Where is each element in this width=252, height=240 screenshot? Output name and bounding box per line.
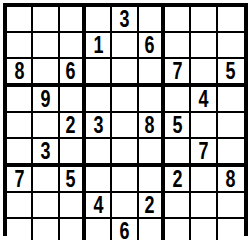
cell-r7c1[interactable]: 7 <box>7 167 33 193</box>
cell-r4c5[interactable] <box>112 87 138 113</box>
cell-r3c1[interactable]: 8 <box>7 59 33 87</box>
cell-r1c7[interactable] <box>165 7 191 33</box>
cell-r1c2[interactable] <box>33 7 59 33</box>
cell-r7c4[interactable] <box>86 167 112 193</box>
cell-r1c3[interactable] <box>60 7 86 33</box>
given-digit: 8 <box>226 167 236 191</box>
cell-r3c5[interactable] <box>112 59 138 87</box>
cell-r6c3[interactable] <box>60 139 86 167</box>
cell-r7c6[interactable] <box>139 167 165 193</box>
given-digit: 7 <box>14 167 24 191</box>
cell-r5c7[interactable]: 5 <box>165 113 191 139</box>
cell-r4c8[interactable]: 4 <box>191 87 217 113</box>
cell-r3c4[interactable] <box>86 59 112 87</box>
cell-r3c8[interactable] <box>191 59 217 87</box>
cell-r3c6[interactable] <box>139 59 165 87</box>
cell-r1c4[interactable] <box>86 7 112 33</box>
cell-r2c5[interactable] <box>112 33 138 59</box>
cell-r9c9[interactable] <box>218 219 244 240</box>
given-digit: 6 <box>120 219 130 240</box>
cell-r3c9[interactable]: 5 <box>218 59 244 87</box>
given-digit: 9 <box>41 87 51 111</box>
cell-r1c6[interactable] <box>139 7 165 33</box>
cell-r8c4[interactable]: 4 <box>86 193 112 219</box>
given-digit: 3 <box>41 139 51 163</box>
cell-r1c8[interactable] <box>191 7 217 33</box>
cell-r1c1[interactable] <box>7 7 33 33</box>
cell-r6c5[interactable] <box>112 139 138 167</box>
cell-r2c3[interactable] <box>60 33 86 59</box>
cell-r8c9[interactable] <box>218 193 244 219</box>
cell-r9c8[interactable] <box>191 219 217 240</box>
cell-r7c5[interactable] <box>112 167 138 193</box>
given-digit: 8 <box>145 113 155 137</box>
cell-r4c2[interactable]: 9 <box>33 87 59 113</box>
cell-r5c9[interactable] <box>218 113 244 139</box>
cell-r2c4[interactable]: 1 <box>86 33 112 59</box>
cell-r4c6[interactable] <box>139 87 165 113</box>
cell-r4c4[interactable] <box>86 87 112 113</box>
cell-r5c3[interactable]: 2 <box>60 113 86 139</box>
given-digit: 2 <box>145 193 155 217</box>
cell-r9c5[interactable]: 6 <box>112 219 138 240</box>
cell-r1c5[interactable]: 3 <box>112 7 138 33</box>
cell-r2c2[interactable] <box>33 33 59 59</box>
cell-r4c1[interactable] <box>7 87 33 113</box>
cell-r2c7[interactable] <box>165 33 191 59</box>
cell-r5c4[interactable]: 3 <box>86 113 112 139</box>
cell-r5c5[interactable] <box>112 113 138 139</box>
cell-r6c9[interactable] <box>218 139 244 167</box>
cell-r6c2[interactable]: 3 <box>33 139 59 167</box>
cell-r9c3[interactable] <box>60 219 86 240</box>
cell-r3c3[interactable]: 6 <box>60 59 86 87</box>
given-digit: 6 <box>145 33 155 57</box>
cell-r8c6[interactable]: 2 <box>139 193 165 219</box>
given-digit: 1 <box>93 33 103 57</box>
cell-r3c2[interactable] <box>33 59 59 87</box>
cell-r6c8[interactable]: 7 <box>191 139 217 167</box>
cell-r4c9[interactable] <box>218 87 244 113</box>
cell-r8c8[interactable] <box>191 193 217 219</box>
cell-r6c1[interactable] <box>7 139 33 167</box>
cell-r2c8[interactable] <box>191 33 217 59</box>
given-digit: 7 <box>172 59 182 83</box>
given-digit: 4 <box>93 193 103 217</box>
given-digit: 5 <box>226 59 236 83</box>
given-digit: 6 <box>66 59 76 83</box>
cell-r5c1[interactable] <box>7 113 33 139</box>
given-digit: 7 <box>199 139 209 163</box>
cell-r6c6[interactable] <box>139 139 165 167</box>
cell-r2c9[interactable] <box>218 33 244 59</box>
cell-r4c7[interactable] <box>165 87 191 113</box>
given-digit: 2 <box>172 167 182 191</box>
cell-r9c4[interactable] <box>86 219 112 240</box>
cell-r6c7[interactable] <box>165 139 191 167</box>
cell-r9c2[interactable] <box>33 219 59 240</box>
sudoku-board: 3168675942385377528426 <box>3 3 248 236</box>
cell-r8c7[interactable] <box>165 193 191 219</box>
cell-r8c5[interactable] <box>112 193 138 219</box>
cell-r7c8[interactable] <box>191 167 217 193</box>
given-digit: 8 <box>14 59 24 83</box>
cell-r7c9[interactable]: 8 <box>218 167 244 193</box>
given-digit: 4 <box>199 87 209 111</box>
cell-r8c1[interactable] <box>7 193 33 219</box>
cell-r7c2[interactable] <box>33 167 59 193</box>
cell-r6c4[interactable] <box>86 139 112 167</box>
cell-r3c7[interactable]: 7 <box>165 59 191 87</box>
given-digit: 3 <box>120 7 130 31</box>
cell-r7c3[interactable]: 5 <box>60 167 86 193</box>
cell-r8c3[interactable] <box>60 193 86 219</box>
cell-r2c1[interactable] <box>7 33 33 59</box>
given-digit: 5 <box>172 113 182 137</box>
cell-r8c2[interactable] <box>33 193 59 219</box>
given-digit: 2 <box>66 113 76 137</box>
cell-r7c7[interactable]: 2 <box>165 167 191 193</box>
given-digit: 5 <box>66 167 76 191</box>
cell-r4c3[interactable] <box>60 87 86 113</box>
given-digit: 3 <box>93 113 103 137</box>
cell-r5c2[interactable] <box>33 113 59 139</box>
cell-r2c6[interactable]: 6 <box>139 33 165 59</box>
cell-r9c6[interactable] <box>139 219 165 240</box>
cell-r5c6[interactable]: 8 <box>139 113 165 139</box>
cell-r9c1[interactable] <box>7 219 33 240</box>
cell-r1c9[interactable] <box>218 7 244 33</box>
cell-r5c8[interactable] <box>191 113 217 139</box>
cell-r9c7[interactable] <box>165 219 191 240</box>
